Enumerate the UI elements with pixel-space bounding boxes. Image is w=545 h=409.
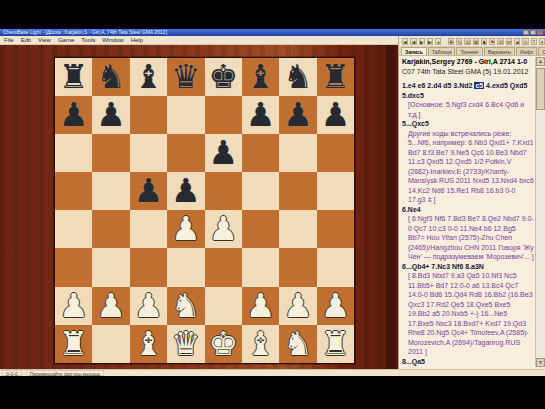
square-f6[interactable] (242, 134, 279, 172)
square-f7[interactable]: ♟ (242, 96, 279, 134)
square-d4[interactable]: ♟ (167, 210, 204, 248)
square-f1[interactable]: ♝ (242, 325, 279, 363)
square-b7[interactable]: ♟ (92, 96, 129, 134)
piece-white-pawn[interactable]: ♟ (242, 287, 279, 325)
video-frame: ChessBase Light - [Доска : Karjakin,S - … (0, 0, 545, 409)
piece-black-pawn[interactable]: ♟ (55, 96, 92, 134)
menu-item-game[interactable]: Game (58, 36, 74, 45)
piece-black-knight[interactable]: ♞ (92, 58, 129, 96)
square-c5[interactable]: ♟ (130, 172, 167, 210)
square-b3[interactable] (92, 248, 129, 286)
piece-black-rook[interactable]: ♜ (317, 58, 354, 96)
square-c7[interactable] (130, 96, 167, 134)
notation-line[interactable]: [ 6.Ngf3 Nf6 7.Bd3 Be7 8.Qe2 Nbd7 9.0-0 … (402, 214, 534, 262)
piece-black-pawn[interactable]: ♟ (279, 96, 316, 134)
square-b6[interactable] (92, 134, 129, 172)
tab-1[interactable]: Запись (401, 47, 427, 55)
move-text[interactable]: 8...Qa5 (402, 358, 425, 365)
piece-black-queen[interactable]: ♛ (167, 58, 204, 96)
window-controls (523, 30, 543, 35)
square-e1[interactable]: ♚ (205, 325, 242, 363)
square-a6[interactable] (55, 134, 92, 172)
notation-line[interactable]: [ 8.Bd3 Nbd7 9.a3 Qa5 10.Nf3 Nc5 11.Bb5+… (402, 271, 534, 357)
knight-icon[interactable]: ♞ (481, 38, 487, 45)
move-text[interactable]: 5...Qxc5 (402, 120, 429, 127)
square-g6[interactable] (279, 134, 316, 172)
nav-prev-icon[interactable]: ◀ (410, 38, 416, 45)
piece-white-king[interactable]: ♚ (205, 325, 242, 363)
menu-item-tools[interactable]: Tools (81, 36, 95, 45)
piece-white-bishop[interactable]: ♝ (130, 325, 167, 363)
menu-item-edit[interactable]: Edit (21, 36, 31, 45)
square-f8[interactable]: ♝ (242, 58, 279, 96)
square-c6[interactable] (130, 134, 167, 172)
save-icon[interactable]: ■ (514, 38, 520, 45)
square-g4[interactable] (279, 210, 316, 248)
square-b4[interactable] (92, 210, 129, 248)
square-e7[interactable] (205, 96, 242, 134)
move-text[interactable]: 6.Ne4 (402, 206, 421, 213)
menu-item-help[interactable]: Help (131, 36, 143, 45)
tab-4[interactable]: Варианты (484, 47, 515, 55)
scroll-down-icon[interactable]: ▼ (536, 358, 545, 367)
edit-icon[interactable]: ✎ (456, 38, 462, 45)
notation[interactable]: Karjakin,Sergey 2769 - Giri,A 2714 1-0C0… (402, 57, 534, 367)
board-icon[interactable]: ▦ (473, 38, 479, 45)
square-b5[interactable] (92, 172, 129, 210)
square-e6[interactable]: ♟ (205, 134, 242, 172)
notation-line[interactable]: 5...Qxc5 (402, 119, 534, 129)
nav-last-icon[interactable]: ▶▶ (427, 38, 433, 45)
piece-white-pawn[interactable]: ♟ (92, 287, 129, 325)
title-bar: ChessBase Light - [Доска : Karjakin,S - … (0, 29, 545, 36)
notation-line[interactable]: 6...Qb4+ 7.Nc3 Nf6 8.a3N (402, 262, 534, 272)
tab-2[interactable]: Таблица (428, 47, 456, 55)
square-g5[interactable] (279, 172, 316, 210)
panel-toolbar: ◀◀◀▶▶▶●✚✎▤▦♞⚑▥✉■◎?▾ (399, 36, 545, 47)
piece-white-rook[interactable]: ♜ (317, 325, 354, 363)
square-c2[interactable]: ♟ (130, 287, 167, 325)
close-button[interactable] (537, 30, 543, 35)
maximize-button[interactable] (530, 30, 536, 35)
selected-move[interactable]: c5 (474, 82, 484, 89)
piece-white-queen[interactable]: ♛ (167, 325, 204, 363)
notation-panel: ◀◀◀▶▶▶●✚✎▤▦♞⚑▥✉■◎?▾ ЗаписьТаблицаТренинг… (398, 36, 545, 369)
square-g1[interactable]: ♞ (279, 325, 316, 363)
square-h4[interactable] (317, 210, 354, 248)
square-a4[interactable] (55, 210, 92, 248)
menu-bar: FileEditViewGameToolsWindowHelp (0, 36, 398, 45)
square-d3[interactable] (167, 248, 204, 286)
mail-icon[interactable]: ✉ (506, 38, 512, 45)
square-h8[interactable]: ♜ (317, 58, 354, 96)
square-b1[interactable] (92, 325, 129, 363)
move-text[interactable]: Другие ходы встречались реже: (408, 130, 511, 137)
square-h7[interactable]: ♟ (317, 96, 354, 134)
board-pane: ♜♞♝♛♚♝♞♜♟♟♟♟♟♟♟♟♟♟♟♟♟♞♟♟♟♜♝♛♚♝♞♜ (0, 45, 398, 369)
copy-icon[interactable]: ▤ (464, 38, 470, 45)
notation-line: C07 74th Tata Steel GMA (5) 19.01.2012 (402, 67, 534, 77)
notation-line[interactable]: 5...Nf6, например: 6.Nb3 Qxd1+ 7.Kxd1 Bd… (402, 138, 534, 205)
square-a2[interactable]: ♟ (55, 287, 92, 325)
square-h5[interactable] (317, 172, 354, 210)
piece-white-pawn[interactable]: ♟ (317, 287, 354, 325)
notation-line[interactable]: 6.Ne4 (402, 205, 534, 215)
notation-line[interactable]: 1.e4 e6 2.d4 d5 3.Nd2 c5 4.exd5 Qxd5 5.d… (402, 81, 534, 100)
move-text[interactable]: 6...Qb4+ 7.Nc3 Nf6 8.a3N (402, 263, 484, 270)
piece-black-pawn[interactable]: ♟ (317, 96, 354, 134)
square-d7[interactable] (167, 96, 204, 134)
square-e8[interactable]: ♚ (205, 58, 242, 96)
square-b2[interactable]: ♟ (92, 287, 129, 325)
table-icon[interactable]: ▥ (497, 38, 503, 45)
square-c1[interactable]: ♝ (130, 325, 167, 363)
piece-white-rook[interactable]: ♜ (55, 325, 92, 363)
tab-5[interactable]: Инфо (516, 47, 537, 55)
move-text[interactable]: C07 74th Tata Steel GMA (5) 19.01.2012 (402, 68, 528, 75)
piece-black-pawn[interactable]: ♟ (205, 134, 242, 172)
nav-first-icon[interactable]: ◀◀ (402, 38, 408, 45)
square-g3[interactable] (279, 248, 316, 286)
window-title: ChessBase Light - [Доска : Karjakin,S - … (3, 29, 167, 35)
help-icon[interactable]: ? (531, 38, 537, 45)
tab-3[interactable]: Тренинг (456, 47, 482, 55)
square-e3[interactable] (205, 248, 242, 286)
square-a1[interactable]: ♜ (55, 325, 92, 363)
nav-next-icon[interactable]: ▶ (419, 38, 425, 45)
square-c3[interactable] (130, 248, 167, 286)
piece-white-knight[interactable]: ♞ (279, 325, 316, 363)
menu-item-file[interactable]: File (4, 36, 14, 45)
piece-black-pawn[interactable]: ♟ (130, 172, 167, 210)
piece-white-pawn[interactable]: ♟ (55, 287, 92, 325)
status-segment-1: 0-0-0 (2, 370, 22, 376)
engine-icon[interactable]: ● (435, 38, 441, 45)
square-a7[interactable]: ♟ (55, 96, 92, 134)
move-text[interactable]: [ 6.Ngf3 Nf6 7.Bd3 Be7 8.Qe2 Nbd7 9.0-0 … (408, 215, 534, 260)
square-e5[interactable] (205, 172, 242, 210)
piece-black-bishop[interactable]: ♝ (130, 58, 167, 96)
square-e4[interactable]: ♟ (205, 210, 242, 248)
piece-black-pawn[interactable]: ♟ (167, 172, 204, 210)
square-c8[interactable]: ♝ (130, 58, 167, 96)
square-d1[interactable]: ♛ (167, 325, 204, 363)
notation-line[interactable]: 8...Qa5 (402, 357, 534, 367)
piece-black-pawn[interactable]: ♟ (242, 96, 279, 134)
piece-white-knight[interactable]: ♞ (167, 287, 204, 325)
square-d5[interactable]: ♟ (167, 172, 204, 210)
notation-line[interactable]: [Основное: 5.Ngf3 cxd4 6.Bc4 Qd6 и т.д.] (402, 100, 534, 119)
piece-white-pawn[interactable]: ♟ (130, 287, 167, 325)
move-text[interactable]: Karjakin,Sergey 2769 - Giri,A 2714 1-0 (402, 58, 527, 65)
chess-board[interactable]: ♜♞♝♛♚♝♞♜♟♟♟♟♟♟♟♟♟♟♟♟♟♞♟♟♟♜♝♛♚♝♞♜ (55, 58, 354, 363)
square-a5[interactable] (55, 172, 92, 210)
square-g7[interactable]: ♟ (279, 96, 316, 134)
new-game-icon[interactable]: ✚ (448, 38, 454, 45)
square-f5[interactable] (242, 172, 279, 210)
piece-white-pawn[interactable]: ♟ (167, 210, 204, 248)
piece-black-knight[interactable]: ♞ (279, 58, 316, 96)
piece-black-king[interactable]: ♚ (205, 58, 242, 96)
notation-scrollbar[interactable]: ▲ ▼ (535, 57, 545, 367)
menu-item-window[interactable]: Window (102, 36, 123, 45)
square-a8[interactable]: ♜ (55, 58, 92, 96)
square-h2[interactable]: ♟ (317, 287, 354, 325)
piece-white-pawn[interactable]: ♟ (205, 210, 242, 248)
menu-item-view[interactable]: View (38, 36, 51, 45)
piece-white-bishop[interactable]: ♝ (242, 325, 279, 363)
square-g2[interactable]: ♟ (279, 287, 316, 325)
notation-line[interactable]: Другие ходы встречались реже: (402, 129, 534, 139)
square-f4[interactable] (242, 210, 279, 248)
move-text[interactable]: 1.e4 e6 2.d4 d5 3.Nd2 (402, 82, 474, 89)
piece-black-bishop[interactable]: ♝ (242, 58, 279, 96)
move-text[interactable]: [ 8.Bd3 Nbd7 9.a3 Qa5 10.Nf3 Nc5 11.Bb5+… (408, 272, 533, 355)
move-text[interactable]: 5...Nf6, например: 6.Nb3 Qxd1+ 7.Kxd1 Bd… (408, 139, 534, 203)
square-a3[interactable] (55, 248, 92, 286)
square-f3[interactable] (242, 248, 279, 286)
scroll-up-icon[interactable]: ▲ (536, 57, 545, 66)
square-c4[interactable] (130, 210, 167, 248)
notation-line: Karjakin,Sergey 2769 - Giri,A 2714 1-0 (402, 57, 534, 67)
square-d2[interactable]: ♞ (167, 287, 204, 325)
square-h1[interactable]: ♜ (317, 325, 354, 363)
status-segment-2: Перемещайте фигуры мышью (26, 370, 105, 376)
panel-tabs: ЗаписьТаблицаТренингВариантыИнфоСчёт (399, 47, 545, 56)
scroll-thumb[interactable] (536, 68, 545, 110)
move-text[interactable]: [Основное: 5.Ngf3 cxd4 6.Bc4 Qd6 и т.д.] (408, 101, 524, 118)
status-bar: 0-0-0 Перемещайте фигуры мышью (0, 369, 545, 376)
square-g8[interactable]: ♞ (279, 58, 316, 96)
square-e2[interactable] (205, 287, 242, 325)
flag-icon[interactable]: ⚑ (489, 38, 495, 45)
piece-black-pawn[interactable]: ♟ (92, 96, 129, 134)
square-h3[interactable] (317, 248, 354, 286)
piece-black-rook[interactable]: ♜ (55, 58, 92, 96)
search-icon[interactable]: ◎ (522, 38, 528, 45)
minimize-button[interactable] (523, 30, 529, 35)
piece-white-pawn[interactable]: ♟ (279, 287, 316, 325)
square-b8[interactable]: ♞ (92, 58, 129, 96)
chessbase-window: ChessBase Light - [Доска : Karjakin,S - … (0, 29, 545, 376)
square-d8[interactable]: ♛ (167, 58, 204, 96)
square-h6[interactable] (317, 134, 354, 172)
tab-6[interactable]: Счёт (538, 47, 545, 55)
more-icon[interactable]: ▾ (539, 38, 545, 45)
square-f2[interactable]: ♟ (242, 287, 279, 325)
square-d6[interactable] (167, 134, 204, 172)
